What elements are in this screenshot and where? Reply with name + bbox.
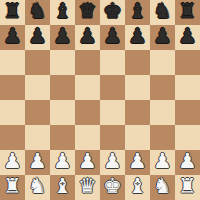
square-b7[interactable]: ♟ [25, 25, 50, 50]
square-f5[interactable] [125, 75, 150, 100]
square-h7[interactable]: ♟ [175, 25, 200, 50]
square-c7[interactable]: ♟ [50, 25, 75, 50]
white-queen[interactable]: ♛ [78, 174, 97, 199]
square-a7[interactable]: ♟ [0, 25, 25, 50]
white-pawn[interactable]: ♟ [128, 149, 147, 174]
square-a5[interactable] [0, 75, 25, 100]
black-pawn[interactable]: ♟ [128, 24, 147, 49]
square-g3[interactable] [150, 125, 175, 150]
square-e7[interactable]: ♟ [100, 25, 125, 50]
square-f4[interactable] [125, 100, 150, 125]
square-f8[interactable]: ♝ [125, 0, 150, 25]
square-h6[interactable] [175, 50, 200, 75]
square-c4[interactable] [50, 100, 75, 125]
black-bishop[interactable]: ♝ [128, 0, 147, 24]
square-g5[interactable] [150, 75, 175, 100]
square-f7[interactable]: ♟ [125, 25, 150, 50]
square-g1[interactable]: ♞ [150, 175, 175, 200]
square-h4[interactable] [175, 100, 200, 125]
white-pawn[interactable]: ♟ [178, 149, 197, 174]
square-g4[interactable] [150, 100, 175, 125]
black-knight[interactable]: ♞ [28, 0, 47, 24]
black-pawn[interactable]: ♟ [103, 24, 122, 49]
square-g6[interactable] [150, 50, 175, 75]
square-e8[interactable]: ♚ [100, 0, 125, 25]
square-b3[interactable] [25, 125, 50, 150]
black-pawn[interactable]: ♟ [3, 24, 22, 49]
black-pawn[interactable]: ♟ [53, 24, 72, 49]
square-e6[interactable] [100, 50, 125, 75]
square-d7[interactable]: ♟ [75, 25, 100, 50]
black-pawn[interactable]: ♟ [78, 24, 97, 49]
square-h8[interactable]: ♜ [175, 0, 200, 25]
square-e1[interactable]: ♚ [100, 175, 125, 200]
square-h3[interactable] [175, 125, 200, 150]
square-b8[interactable]: ♞ [25, 0, 50, 25]
square-a1[interactable]: ♜ [0, 175, 25, 200]
square-d5[interactable] [75, 75, 100, 100]
square-a8[interactable]: ♜ [0, 0, 25, 25]
square-c6[interactable] [50, 50, 75, 75]
white-pawn[interactable]: ♟ [53, 149, 72, 174]
square-d6[interactable] [75, 50, 100, 75]
black-queen[interactable]: ♛ [78, 0, 97, 24]
square-a6[interactable] [0, 50, 25, 75]
white-pawn[interactable]: ♟ [3, 149, 22, 174]
black-pawn[interactable]: ♟ [153, 24, 172, 49]
square-b4[interactable] [25, 100, 50, 125]
square-c1[interactable]: ♝ [50, 175, 75, 200]
black-pawn[interactable]: ♟ [28, 24, 47, 49]
square-g8[interactable]: ♞ [150, 0, 175, 25]
square-c3[interactable] [50, 125, 75, 150]
square-h2[interactable]: ♟ [175, 150, 200, 175]
white-pawn[interactable]: ♟ [103, 149, 122, 174]
white-rook[interactable]: ♜ [178, 174, 197, 199]
square-d4[interactable] [75, 100, 100, 125]
black-rook[interactable]: ♜ [178, 0, 197, 24]
square-d8[interactable]: ♛ [75, 0, 100, 25]
white-bishop[interactable]: ♝ [53, 174, 72, 199]
square-a4[interactable] [0, 100, 25, 125]
square-e4[interactable] [100, 100, 125, 125]
square-h5[interactable] [175, 75, 200, 100]
white-knight[interactable]: ♞ [153, 174, 172, 199]
square-e3[interactable] [100, 125, 125, 150]
black-bishop[interactable]: ♝ [53, 0, 72, 24]
white-pawn[interactable]: ♟ [153, 149, 172, 174]
black-knight[interactable]: ♞ [153, 0, 172, 24]
square-b6[interactable] [25, 50, 50, 75]
square-c8[interactable]: ♝ [50, 0, 75, 25]
square-b5[interactable] [25, 75, 50, 100]
square-c5[interactable] [50, 75, 75, 100]
square-d1[interactable]: ♛ [75, 175, 100, 200]
square-a3[interactable] [0, 125, 25, 150]
square-f6[interactable] [125, 50, 150, 75]
square-d2[interactable]: ♟ [75, 150, 100, 175]
square-d3[interactable] [75, 125, 100, 150]
square-g2[interactable]: ♟ [150, 150, 175, 175]
white-knight[interactable]: ♞ [28, 174, 47, 199]
black-king[interactable]: ♚ [103, 0, 122, 24]
square-f3[interactable] [125, 125, 150, 150]
white-pawn[interactable]: ♟ [78, 149, 97, 174]
white-king[interactable]: ♚ [103, 174, 122, 199]
white-pawn[interactable]: ♟ [28, 149, 47, 174]
square-a2[interactable]: ♟ [0, 150, 25, 175]
square-h1[interactable]: ♜ [175, 175, 200, 200]
black-pawn[interactable]: ♟ [178, 24, 197, 49]
square-e5[interactable] [100, 75, 125, 100]
white-bishop[interactable]: ♝ [128, 174, 147, 199]
square-e2[interactable]: ♟ [100, 150, 125, 175]
square-f2[interactable]: ♟ [125, 150, 150, 175]
square-b2[interactable]: ♟ [25, 150, 50, 175]
square-g7[interactable]: ♟ [150, 25, 175, 50]
square-b1[interactable]: ♞ [25, 175, 50, 200]
white-rook[interactable]: ♜ [3, 174, 22, 199]
black-rook[interactable]: ♜ [3, 0, 22, 24]
chess-board: ♜♞♝♛♚♝♞♜♟♟♟♟♟♟♟♟♟♟♟♟♟♟♟♟♜♞♝♛♚♝♞♜ [0, 0, 200, 200]
square-f1[interactable]: ♝ [125, 175, 150, 200]
square-c2[interactable]: ♟ [50, 150, 75, 175]
